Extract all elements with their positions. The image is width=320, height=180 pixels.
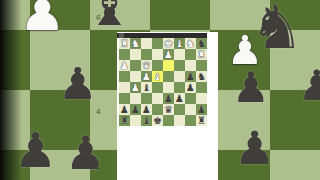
square-a1[interactable]: ♞	[196, 38, 207, 49]
square-e5[interactable]	[152, 82, 163, 93]
square-f3[interactable]: ♛	[141, 60, 152, 71]
square-a5[interactable]	[196, 82, 207, 93]
white-rook: ♜	[120, 38, 129, 49]
left-edge-shadow	[0, 0, 22, 180]
white-rook: ♜	[197, 49, 206, 60]
square-d6[interactable]: ♟	[163, 93, 174, 104]
white-knight: ♞	[186, 38, 195, 49]
black-bishop: ♝	[142, 115, 151, 126]
square-b5[interactable]: ♟	[185, 82, 196, 93]
background-white-pawn: ♟	[19, 0, 66, 38]
background-rank-label-4: 4	[96, 108, 101, 116]
square-e7[interactable]	[152, 104, 163, 115]
square-c2[interactable]	[174, 49, 185, 60]
background-rank-label-3: 3	[96, 164, 101, 172]
square-a7[interactable]: ♟	[196, 104, 207, 115]
square-f5[interactable]: ♝	[141, 82, 152, 93]
black-pawn: ♟	[142, 104, 151, 115]
square-c6[interactable]: ♟	[174, 93, 185, 104]
square-g1[interactable]: ♞	[130, 38, 141, 49]
square-c7[interactable]	[174, 104, 185, 115]
square-b2[interactable]	[185, 49, 196, 60]
square-e6[interactable]	[152, 93, 163, 104]
black-knight: ♞	[197, 71, 206, 82]
black-pawn: ♟	[131, 104, 140, 115]
white-bishop: ♝	[175, 38, 184, 49]
white-pawn: ♟	[164, 49, 173, 60]
square-g4[interactable]	[130, 71, 141, 82]
square-g6[interactable]	[130, 93, 141, 104]
square-g5[interactable]: ♟	[130, 82, 141, 93]
square-f7[interactable]: ♟	[141, 104, 152, 115]
square-c8[interactable]	[174, 115, 185, 126]
square-a4[interactable]: ♞	[196, 71, 207, 82]
square-d2[interactable]: ♟	[163, 49, 174, 60]
square-a8[interactable]: ♜	[196, 115, 207, 126]
square-f8[interactable]: ♝	[141, 115, 152, 126]
shorts-frame: ♟♝♟♟♟♞♟♟♟♟6543 ♜♞♚♝♞♞♟♜♟♛♟♝♟♞♟♝♟♟♟♟♟♟♛♟♜…	[0, 0, 320, 180]
background-rank-label-6: 6	[96, 14, 101, 22]
square-g8[interactable]	[130, 115, 141, 126]
square-b3[interactable]	[185, 60, 196, 71]
square-c5[interactable]	[174, 82, 185, 93]
square-e8[interactable]: ♚	[152, 115, 163, 126]
square-b7[interactable]	[185, 104, 196, 115]
square-c1[interactable]: ♝	[174, 38, 185, 49]
white-bishop: ♝	[153, 71, 162, 82]
black-pawn: ♟	[164, 93, 173, 104]
square-h1[interactable]: ♜	[119, 38, 130, 49]
black-king: ♚	[153, 115, 162, 126]
background-rank-label-5: 5	[96, 52, 101, 60]
square-g7[interactable]: ♟	[130, 104, 141, 115]
square-g2[interactable]	[130, 49, 141, 60]
black-pawn: ♟	[175, 93, 184, 104]
black-bishop: ♝	[142, 82, 151, 93]
square-h4[interactable]	[119, 71, 130, 82]
white-pawn: ♟	[142, 71, 151, 82]
square-f2[interactable]	[141, 49, 152, 60]
chess-board: ♜♞♚♝♞♞♟♜♟♛♟♝♟♞♟♝♟♟♟♟♟♟♛♟♜♝♚♜	[119, 38, 207, 126]
square-d3[interactable]	[163, 60, 174, 71]
black-pawn: ♟	[120, 104, 129, 115]
square-f6[interactable]	[141, 93, 152, 104]
black-knight: ♞	[197, 38, 206, 49]
square-b8[interactable]	[185, 115, 196, 126]
black-rook: ♜	[197, 115, 206, 126]
square-h8[interactable]: ♜	[119, 115, 130, 126]
square-a6[interactable]	[196, 93, 207, 104]
square-d4[interactable]	[163, 71, 174, 82]
square-e2[interactable]	[152, 49, 163, 60]
square-e3[interactable]	[152, 60, 163, 71]
square-a3[interactable]	[196, 60, 207, 71]
white-pawn: ♟	[120, 60, 129, 71]
square-e1[interactable]	[152, 38, 163, 49]
white-pawn: ♟	[131, 82, 140, 93]
black-rook: ♜	[120, 115, 129, 126]
black-pawn: ♟	[186, 82, 195, 93]
square-b4[interactable]: ♟	[185, 71, 196, 82]
square-c3[interactable]	[174, 60, 185, 71]
white-king: ♚	[164, 38, 173, 49]
square-g3[interactable]	[130, 60, 141, 71]
black-pawn: ♟	[197, 104, 206, 115]
square-b6[interactable]	[185, 93, 196, 104]
background-black-pawn: ♟	[298, 65, 320, 107]
square-h5[interactable]	[119, 82, 130, 93]
background-black-bishop: ♝	[87, 0, 132, 33]
square-a2[interactable]: ♜	[196, 49, 207, 60]
square-e4[interactable]: ♝	[152, 71, 163, 82]
white-queen: ♛	[142, 60, 151, 71]
background-black-pawn: ♟	[232, 67, 270, 109]
square-c4[interactable]	[174, 71, 185, 82]
background-black-pawn: ♟	[234, 125, 275, 171]
background-black-pawn: ♟	[58, 62, 97, 106]
square-h2[interactable]	[119, 49, 130, 60]
white-knight: ♞	[131, 38, 140, 49]
square-h3[interactable]: ♟	[119, 60, 130, 71]
square-b1[interactable]: ♞	[185, 38, 196, 49]
square-h6[interactable]	[119, 93, 130, 104]
square-d7[interactable]: ♛	[163, 104, 174, 115]
square-d1[interactable]: ♚	[163, 38, 174, 49]
square-h7[interactable]: ♟	[119, 104, 130, 115]
square-d8[interactable]	[163, 115, 174, 126]
square-d5[interactable]	[163, 82, 174, 93]
square-f4[interactable]: ♟	[141, 71, 152, 82]
black-pawn: ♟	[186, 71, 195, 82]
square-f1[interactable]	[141, 38, 152, 49]
black-queen: ♛	[164, 104, 173, 115]
